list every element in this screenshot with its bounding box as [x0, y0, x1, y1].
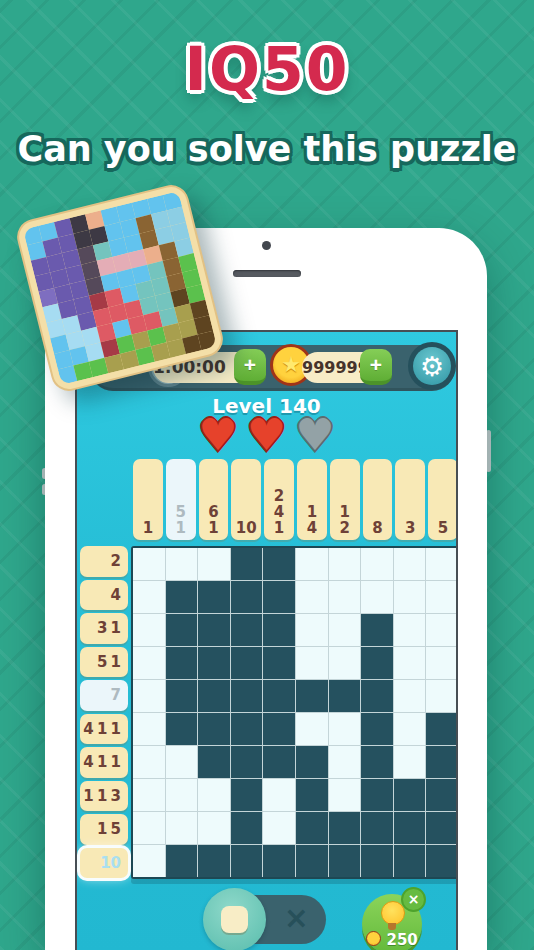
- cell-r9c6[interactable]: [296, 812, 328, 844]
- row-clue-3: 3 1: [80, 613, 128, 644]
- cell-r4c9[interactable]: [394, 647, 426, 679]
- cell-r1c4[interactable]: [231, 548, 263, 580]
- cell-r10c5[interactable]: [263, 845, 295, 877]
- cell-r5c10[interactable]: [426, 680, 458, 712]
- cell-r1c1[interactable]: [133, 548, 165, 580]
- row-clue-10: 10: [80, 848, 128, 879]
- add-coins-button[interactable]: +: [360, 349, 392, 385]
- cell-r10c6[interactable]: [296, 845, 328, 877]
- cell-r9c8[interactable]: [361, 812, 393, 844]
- cell-r7c9[interactable]: [394, 746, 426, 778]
- col-clue-2: 51: [166, 459, 196, 540]
- cell-r2c2[interactable]: [166, 581, 198, 613]
- cell-r6c7[interactable]: [329, 713, 361, 745]
- cell-r3c7[interactable]: [329, 614, 361, 646]
- hint-coin-icon: [366, 931, 381, 946]
- cell-r3c1[interactable]: [133, 614, 165, 646]
- tagline: Can you solve this puzzle: [0, 129, 534, 169]
- col-clue-4: 10: [231, 459, 261, 540]
- cell-r2c9[interactable]: [394, 581, 426, 613]
- close-icon: ×: [408, 891, 420, 907]
- cell-r5c9[interactable]: [394, 680, 426, 712]
- cell-r3c9[interactable]: [394, 614, 426, 646]
- coin-star-icon: ★: [281, 352, 301, 377]
- cell-r3c3[interactable]: [198, 614, 230, 646]
- cell-r6c9[interactable]: [394, 713, 426, 745]
- cell-r5c4[interactable]: [231, 680, 263, 712]
- row-clues: 243 15 174 1 14 1 11 1 31 510: [80, 546, 128, 878]
- cell-r4c2[interactable]: [166, 647, 198, 679]
- cell-r9c2[interactable]: [166, 812, 198, 844]
- hearts-row: ♥♥♥: [77, 412, 456, 458]
- cell-r2c3[interactable]: [198, 581, 230, 613]
- speaker-slot: [233, 270, 301, 277]
- col-clue-10: 5: [428, 459, 458, 540]
- column-clues: 15161102411412835: [133, 459, 458, 540]
- cell-r8c5[interactable]: [263, 779, 295, 811]
- cell-r2c5[interactable]: [263, 581, 295, 613]
- cell-r7c4[interactable]: [231, 746, 263, 778]
- cell-r1c6[interactable]: [296, 548, 328, 580]
- cell-r9c4[interactable]: [231, 812, 263, 844]
- hint-close-badge[interactable]: ×: [401, 887, 426, 912]
- cell-r5c1[interactable]: [133, 680, 165, 712]
- cell-r4c6[interactable]: [296, 647, 328, 679]
- cell-r4c5[interactable]: [263, 647, 295, 679]
- row-clue-6: 4 1 1: [80, 714, 128, 745]
- cell-r1c5[interactable]: [263, 548, 295, 580]
- cell-r3c10[interactable]: [426, 614, 458, 646]
- cell-r8c1[interactable]: [133, 779, 165, 811]
- cell-r6c10[interactable]: [426, 713, 458, 745]
- x-tool-icon[interactable]: ×: [284, 900, 309, 935]
- tool-toggle[interactable]: ×: [205, 895, 326, 944]
- cell-r9c10[interactable]: [426, 812, 458, 844]
- row-clue-9: 1 5: [80, 814, 128, 845]
- heart-icon-1: ♥: [198, 412, 237, 458]
- row-clue-5: 7: [80, 680, 128, 711]
- cell-r5c2[interactable]: [166, 680, 198, 712]
- col-clue-3: 61: [199, 459, 229, 540]
- cell-r6c2[interactable]: [166, 713, 198, 745]
- cell-r7c2[interactable]: [166, 746, 198, 778]
- cell-r3c6[interactable]: [296, 614, 328, 646]
- cell-r10c10[interactable]: [426, 845, 458, 877]
- cell-r1c3[interactable]: [198, 548, 230, 580]
- cell-r2c7[interactable]: [329, 581, 361, 613]
- cell-r9c7[interactable]: [329, 812, 361, 844]
- cell-r9c1[interactable]: [133, 812, 165, 844]
- gear-icon: ⚙: [420, 353, 444, 380]
- hint-cost: 250: [362, 931, 422, 949]
- col-clue-5: 241: [264, 459, 294, 540]
- cell-r6c5[interactable]: [263, 713, 295, 745]
- row-clue-1: 2: [80, 546, 128, 577]
- cell-r2c10[interactable]: [426, 581, 458, 613]
- cell-r5c6[interactable]: [296, 680, 328, 712]
- cell-r8c9[interactable]: [394, 779, 426, 811]
- cell-r7c1[interactable]: [133, 746, 165, 778]
- cell-r4c4[interactable]: [231, 647, 263, 679]
- cell-r3c8[interactable]: [361, 614, 393, 646]
- camera-dot: [262, 241, 271, 250]
- heart-icon-3: ♥: [295, 412, 334, 458]
- cell-r3c5[interactable]: [263, 614, 295, 646]
- cell-r8c10[interactable]: [426, 779, 458, 811]
- fill-tool-knob[interactable]: [203, 888, 266, 950]
- settings-button-inner: ⚙: [413, 347, 451, 385]
- cell-r8c8[interactable]: [361, 779, 393, 811]
- nonogram-grid: [131, 546, 458, 879]
- cell-r10c4[interactable]: [231, 845, 263, 877]
- cell-r6c8[interactable]: [361, 713, 393, 745]
- cell-r4c8[interactable]: [361, 647, 393, 679]
- col-clue-1: 1: [133, 459, 163, 540]
- cell-r6c4[interactable]: [231, 713, 263, 745]
- app-title: IQ50: [0, 34, 534, 104]
- hint-button[interactable]: 250 ×: [362, 894, 422, 950]
- row-clue-7: 4 1 1: [80, 747, 128, 778]
- row-clue-4: 5 1: [80, 647, 128, 678]
- cell-r1c9[interactable]: [394, 548, 426, 580]
- cell-r4c3[interactable]: [198, 647, 230, 679]
- cell-r9c5[interactable]: [263, 812, 295, 844]
- coins-value: 999999: [302, 358, 369, 377]
- cell-r6c6[interactable]: [296, 713, 328, 745]
- cell-r1c8[interactable]: [361, 548, 393, 580]
- cell-r10c1[interactable]: [133, 845, 165, 877]
- col-clue-8: 8: [363, 459, 393, 540]
- cell-r6c1[interactable]: [133, 713, 165, 745]
- cell-r4c10[interactable]: [426, 647, 458, 679]
- cell-r10c8[interactable]: [361, 845, 393, 877]
- fill-tool-icon: [221, 906, 248, 933]
- col-clue-9: 3: [395, 459, 425, 540]
- cell-r9c3[interactable]: [198, 812, 230, 844]
- hint-cost-value: 250: [386, 931, 417, 949]
- row-clue-8: 1 1 3: [80, 781, 128, 812]
- cell-r2c1[interactable]: [133, 581, 165, 613]
- cell-r7c10[interactable]: [426, 746, 458, 778]
- cell-r5c7[interactable]: [329, 680, 361, 712]
- cell-r5c3[interactable]: [198, 680, 230, 712]
- cell-r10c2[interactable]: [166, 845, 198, 877]
- heart-icon-2: ♥: [247, 412, 286, 458]
- cell-r8c7[interactable]: [329, 779, 361, 811]
- cell-r8c6[interactable]: [296, 779, 328, 811]
- row-clue-2: 4: [80, 580, 128, 611]
- cell-r7c8[interactable]: [361, 746, 393, 778]
- preview-pixel-grid: [23, 191, 217, 385]
- cell-r5c5[interactable]: [263, 680, 295, 712]
- cell-r9c9[interactable]: [394, 812, 426, 844]
- cell-r7c3[interactable]: [198, 746, 230, 778]
- cell-r3c2[interactable]: [166, 614, 198, 646]
- cell-r7c7[interactable]: [329, 746, 361, 778]
- cell-r10c9[interactable]: [394, 845, 426, 877]
- cell-r7c6[interactable]: [296, 746, 328, 778]
- cell-r4c7[interactable]: [329, 647, 361, 679]
- col-clue-7: 12: [330, 459, 360, 540]
- game-screen: 1:00:00 + ★ 999999 + ⚙ Level 140 ♥♥♥ 151…: [75, 330, 458, 950]
- cell-r2c6[interactable]: [296, 581, 328, 613]
- cell-r1c2[interactable]: [166, 548, 198, 580]
- col-clue-6: 14: [297, 459, 327, 540]
- add-time-button[interactable]: +: [234, 349, 266, 385]
- cell-r2c4[interactable]: [231, 581, 263, 613]
- cell-r7c5[interactable]: [263, 746, 295, 778]
- cell-r2c8[interactable]: [361, 581, 393, 613]
- cell-r8c4[interactable]: [231, 779, 263, 811]
- cell-r3c4[interactable]: [231, 614, 263, 646]
- cell-r10c3[interactable]: [198, 845, 230, 877]
- cell-r8c2[interactable]: [166, 779, 198, 811]
- cell-r5c8[interactable]: [361, 680, 393, 712]
- cell-r4c1[interactable]: [133, 647, 165, 679]
- cell-r8c3[interactable]: [198, 779, 230, 811]
- settings-button[interactable]: ⚙: [408, 342, 456, 390]
- cell-r1c10[interactable]: [426, 548, 458, 580]
- cell-r1c7[interactable]: [329, 548, 361, 580]
- cell-r6c3[interactable]: [198, 713, 230, 745]
- cell-r10c7[interactable]: [329, 845, 361, 877]
